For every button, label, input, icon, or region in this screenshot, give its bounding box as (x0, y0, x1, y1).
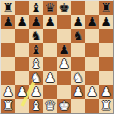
piece-white-king[interactable]: ♚ (57, 99, 71, 113)
piece-black-rook[interactable]: ♜ (99, 1, 113, 15)
piece-white-rook[interactable]: ♜ (99, 99, 113, 113)
chess-app: ♜♝♛♚♜♟♟♟♟♟♟♟♞♞♝♟♝♟♞♟♞♟♟♟♟♟♟♜♝♛♚♜ (0, 0, 114, 114)
piece-black-pawn[interactable]: ♟ (57, 43, 71, 57)
piece-black-pawn[interactable]: ♟ (1, 15, 15, 29)
piece-black-bishop[interactable]: ♝ (29, 1, 43, 15)
piece-black-pawn[interactable]: ♟ (71, 15, 85, 29)
piece-white-bishop[interactable]: ♝ (29, 57, 43, 71)
piece-black-knight[interactable]: ♞ (29, 29, 43, 43)
piece-white-pawn[interactable]: ♟ (1, 85, 15, 99)
piece-black-pawn[interactable]: ♟ (43, 15, 57, 29)
piece-white-knight[interactable]: ♞ (71, 71, 85, 85)
piece-black-king[interactable]: ♚ (57, 1, 71, 15)
piece-white-pawn[interactable]: ♟ (99, 85, 113, 99)
piece-black-pawn[interactable]: ♟ (99, 15, 113, 29)
piece-white-pawn[interactable]: ♟ (71, 85, 85, 99)
piece-black-bishop[interactable]: ♝ (29, 43, 43, 57)
piece-white-knight[interactable]: ♞ (29, 71, 43, 85)
piece-white-rook[interactable]: ♜ (1, 99, 15, 113)
piece-layer: ♜♝♛♚♜♟♟♟♟♟♟♟♞♞♝♟♝♟♞♟♞♟♟♟♟♟♟♜♝♛♚♜ (1, 1, 113, 113)
piece-white-bishop[interactable]: ♝ (29, 99, 43, 113)
piece-black-pawn[interactable]: ♟ (15, 15, 29, 29)
piece-black-rook[interactable]: ♜ (1, 1, 15, 15)
piece-white-queen[interactable]: ♛ (43, 99, 57, 113)
piece-white-pawn[interactable]: ♟ (29, 85, 43, 99)
piece-black-queen[interactable]: ♛ (43, 1, 57, 15)
piece-white-pawn[interactable]: ♟ (57, 57, 71, 71)
board-frame: ♜♝♛♚♜♟♟♟♟♟♟♟♞♞♝♟♝♟♞♟♞♟♟♟♟♟♟♜♝♛♚♜ (0, 0, 114, 114)
piece-white-pawn[interactable]: ♟ (85, 85, 99, 99)
piece-black-pawn[interactable]: ♟ (29, 15, 43, 29)
piece-white-pawn[interactable]: ♟ (43, 71, 57, 85)
piece-black-pawn[interactable]: ♟ (85, 15, 99, 29)
piece-white-pawn[interactable]: ♟ (15, 85, 29, 99)
piece-black-knight[interactable]: ♞ (71, 29, 85, 43)
